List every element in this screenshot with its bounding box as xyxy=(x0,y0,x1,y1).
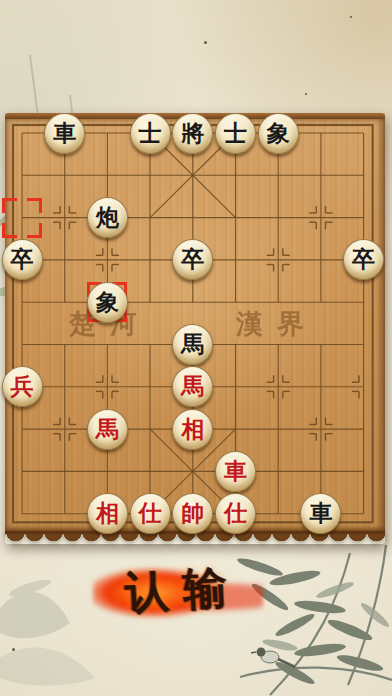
game-screen: 楚河 漢界 車士將士象炮卒卒卒象馬車兵馬馬相車相仕帥仕 认输 xyxy=(0,0,392,696)
ink-speck xyxy=(204,41,207,44)
piece-label: 兵 xyxy=(11,374,34,397)
piece-label: 卒 xyxy=(11,247,34,270)
piece-red-elephant[interactable]: 相 xyxy=(87,493,128,534)
piece-label: 士 xyxy=(139,121,162,144)
piece-label: 車 xyxy=(53,121,76,144)
piece-black-horse[interactable]: 馬 xyxy=(172,324,213,365)
piece-black-chariot[interactable]: 車 xyxy=(44,113,85,154)
piece-label: 相 xyxy=(181,417,204,440)
piece-black-advisor[interactable]: 士 xyxy=(215,113,256,154)
piece-black-elephant[interactable]: 象 xyxy=(87,282,128,323)
piece-label: 馬 xyxy=(181,374,204,397)
ink-speck xyxy=(350,16,352,18)
piece-red-soldier[interactable]: 兵 xyxy=(2,366,43,407)
last-move-marker-from xyxy=(2,198,42,238)
piece-red-horse[interactable]: 馬 xyxy=(87,409,128,450)
piece-label: 卒 xyxy=(352,247,375,270)
piece-red-advisor[interactable]: 仕 xyxy=(130,493,171,534)
piece-label: 士 xyxy=(224,121,247,144)
piece-black-elephant[interactable]: 象 xyxy=(258,113,299,154)
piece-label: 車 xyxy=(224,459,247,482)
ink-speck xyxy=(12,648,15,651)
piece-red-chariot[interactable]: 車 xyxy=(215,451,256,492)
piece-black-advisor[interactable]: 士 xyxy=(130,113,171,154)
piece-label: 炮 xyxy=(96,205,119,228)
piece-red-elephant[interactable]: 相 xyxy=(172,409,213,450)
piece-label: 相 xyxy=(96,501,119,524)
board-surface[interactable]: 楚河 漢界 車士將士象炮卒卒卒象馬車兵馬馬相車相仕帥仕 xyxy=(5,119,385,531)
piece-black-cannon[interactable]: 炮 xyxy=(87,197,128,238)
ink-speck xyxy=(305,93,307,95)
xiangqi-board: 楚河 漢界 車士將士象炮卒卒卒象馬車兵馬馬相車相仕帥仕 xyxy=(5,113,385,544)
river-label-right: 漢界 xyxy=(235,308,318,339)
piece-black-soldier[interactable]: 卒 xyxy=(2,239,43,280)
piece-label: 仕 xyxy=(224,501,247,524)
piece-black-general[interactable]: 將 xyxy=(172,113,213,154)
piece-red-advisor[interactable]: 仕 xyxy=(215,493,256,534)
piece-label: 車 xyxy=(309,501,332,524)
piece-label: 馬 xyxy=(96,417,119,440)
piece-label: 帥 xyxy=(181,501,204,524)
piece-label: 將 xyxy=(181,121,204,144)
bird-icon xyxy=(251,648,295,668)
piece-label: 象 xyxy=(96,290,119,313)
piece-label: 象 xyxy=(267,121,290,144)
piece-label: 卒 xyxy=(181,247,204,270)
piece-label: 仕 xyxy=(139,501,162,524)
resign-label: 认输 xyxy=(91,552,264,629)
resign-button[interactable]: 认输 xyxy=(93,556,263,624)
piece-label: 馬 xyxy=(181,332,204,355)
